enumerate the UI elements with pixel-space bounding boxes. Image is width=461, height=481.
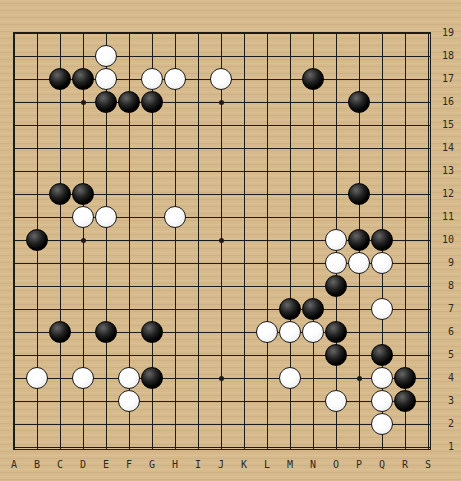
row-label-1: 1	[433, 441, 454, 453]
stone-black-C12[interactable]	[49, 183, 71, 205]
go-board[interactable]: ABCDEFGHIJKLMNOPQRS 19181716151413121110…	[0, 0, 461, 481]
stone-black-M7[interactable]	[279, 298, 301, 320]
row-label-16: 16	[433, 96, 454, 108]
row-label-13: 13	[433, 165, 454, 177]
star-point-D16	[81, 100, 86, 105]
row-label-8: 8	[433, 280, 454, 292]
stone-black-E16[interactable]	[95, 91, 117, 113]
stone-black-C6[interactable]	[49, 321, 71, 343]
star-point-J16	[219, 100, 224, 105]
row-label-5: 5	[433, 349, 454, 361]
row-label-4: 4	[433, 372, 454, 384]
col-label-K: K	[236, 458, 252, 472]
row-label-3: 3	[433, 395, 454, 407]
stone-black-B10[interactable]	[26, 229, 48, 251]
stone-white-B4[interactable]	[26, 367, 48, 389]
stone-black-O6[interactable]	[325, 321, 347, 343]
stone-white-L6[interactable]	[256, 321, 278, 343]
col-label-M: M	[282, 458, 298, 472]
col-label-F: F	[121, 458, 137, 472]
stone-black-N7[interactable]	[302, 298, 324, 320]
star-point-J10	[219, 238, 224, 243]
stone-black-G16[interactable]	[141, 91, 163, 113]
row-label-19: 19	[433, 27, 454, 39]
stone-white-P9[interactable]	[348, 252, 370, 274]
stone-black-C17[interactable]	[49, 68, 71, 90]
col-label-B: B	[29, 458, 45, 472]
star-point-D10	[81, 238, 86, 243]
star-point-J4	[219, 376, 224, 381]
col-label-R: R	[397, 458, 413, 472]
stone-white-Q9[interactable]	[371, 252, 393, 274]
col-label-G: G	[144, 458, 160, 472]
row-label-11: 11	[433, 211, 454, 223]
stone-black-F16[interactable]	[118, 91, 140, 113]
stone-white-Q4[interactable]	[371, 367, 393, 389]
col-label-J: J	[213, 458, 229, 472]
stone-black-G4[interactable]	[141, 367, 163, 389]
stone-white-E18[interactable]	[95, 45, 117, 67]
stone-black-P10[interactable]	[348, 229, 370, 251]
row-label-12: 12	[433, 188, 454, 200]
row-label-2: 2	[433, 418, 454, 430]
stone-white-Q7[interactable]	[371, 298, 393, 320]
stone-black-O8[interactable]	[325, 275, 347, 297]
stone-black-D12[interactable]	[72, 183, 94, 205]
stone-black-R4[interactable]	[394, 367, 416, 389]
row-label-7: 7	[433, 303, 454, 315]
col-label-H: H	[167, 458, 183, 472]
stone-white-D11[interactable]	[72, 206, 94, 228]
stone-white-F3[interactable]	[118, 390, 140, 412]
stone-black-N17[interactable]	[302, 68, 324, 90]
stone-black-Q10[interactable]	[371, 229, 393, 251]
row-label-18: 18	[433, 50, 454, 62]
col-label-Q: Q	[374, 458, 390, 472]
star-point-P4	[357, 376, 362, 381]
stone-white-H17[interactable]	[164, 68, 186, 90]
stone-black-E6[interactable]	[95, 321, 117, 343]
col-label-C: C	[52, 458, 68, 472]
row-label-10: 10	[433, 234, 454, 246]
stone-black-P12[interactable]	[348, 183, 370, 205]
stone-white-D4[interactable]	[72, 367, 94, 389]
stone-black-D17[interactable]	[72, 68, 94, 90]
col-label-E: E	[98, 458, 114, 472]
col-label-D: D	[75, 458, 91, 472]
col-label-N: N	[305, 458, 321, 472]
row-label-17: 17	[433, 73, 454, 85]
stone-white-E17[interactable]	[95, 68, 117, 90]
col-label-O: O	[328, 458, 344, 472]
stone-white-E11[interactable]	[95, 206, 117, 228]
stone-black-P16[interactable]	[348, 91, 370, 113]
stone-white-Q2[interactable]	[371, 413, 393, 435]
col-label-A: A	[6, 458, 22, 472]
stone-black-R3[interactable]	[394, 390, 416, 412]
stone-white-M4[interactable]	[279, 367, 301, 389]
stone-black-G6[interactable]	[141, 321, 163, 343]
row-label-15: 15	[433, 119, 454, 131]
stone-black-Q5[interactable]	[371, 344, 393, 366]
row-label-9: 9	[433, 257, 454, 269]
col-label-S: S	[420, 458, 436, 472]
stone-white-G17[interactable]	[141, 68, 163, 90]
stone-white-Q3[interactable]	[371, 390, 393, 412]
col-label-I: I	[190, 458, 206, 472]
stone-white-O9[interactable]	[325, 252, 347, 274]
stone-black-O5[interactable]	[325, 344, 347, 366]
stone-white-H11[interactable]	[164, 206, 186, 228]
stone-white-O10[interactable]	[325, 229, 347, 251]
stone-white-J17[interactable]	[210, 68, 232, 90]
stone-white-N6[interactable]	[302, 321, 324, 343]
row-label-14: 14	[433, 142, 454, 154]
col-label-P: P	[351, 458, 367, 472]
stone-white-O3[interactable]	[325, 390, 347, 412]
col-label-L: L	[259, 458, 275, 472]
stone-white-M6[interactable]	[279, 321, 301, 343]
stone-white-F4[interactable]	[118, 367, 140, 389]
row-label-6: 6	[433, 326, 454, 338]
